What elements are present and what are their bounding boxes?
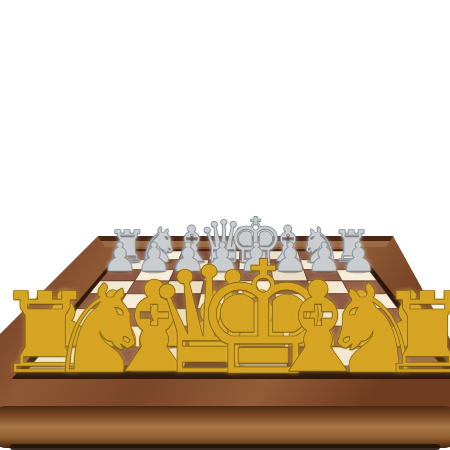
- chess-photo-scene: ♜♞♝♛♚♝♞♜♟♟♟♟♟♟♟♟♟♟♟♟♟♟♟♟♜♞♝♛♚♝♞♜: [0, 0, 450, 450]
- frame-front-apron: [0, 406, 450, 448]
- board-drop-shadow: [10, 444, 440, 450]
- piece-gold-rook-h1[interactable]: ♜: [377, 277, 450, 388]
